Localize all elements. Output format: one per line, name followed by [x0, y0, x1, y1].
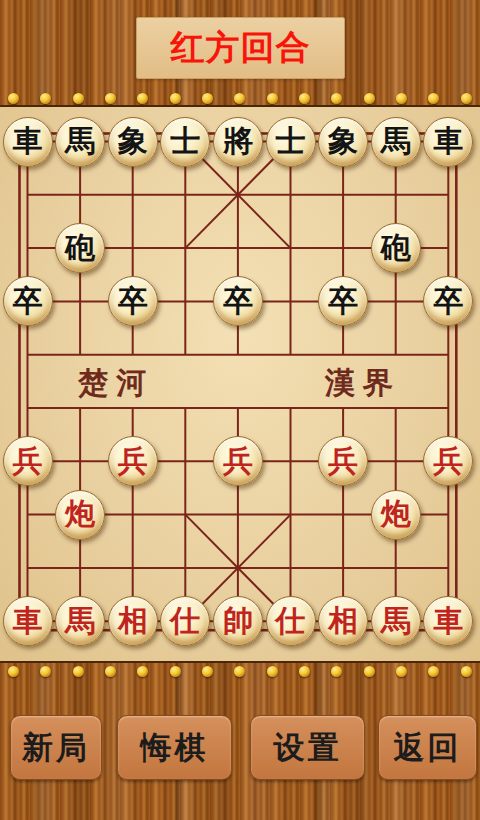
back-button[interactable]: 返回	[378, 715, 477, 780]
piece-red-車[interactable]: 車	[3, 596, 53, 646]
piece-red-帥[interactable]: 帥	[213, 596, 263, 646]
piece-black-砲[interactable]: 砲	[55, 223, 105, 273]
piece-red-兵[interactable]: 兵	[3, 436, 53, 486]
piece-red-馬[interactable]: 馬	[55, 596, 105, 646]
stud-icon	[137, 666, 148, 677]
piece-red-炮[interactable]: 炮	[55, 490, 105, 540]
stud-icon	[299, 93, 310, 104]
turn-banner: 红方回合	[136, 17, 345, 79]
board-grid-lines	[0, 107, 480, 665]
stud-icon	[331, 666, 342, 677]
stud-row-bottom	[8, 665, 472, 677]
stud-icon	[267, 93, 278, 104]
piece-black-將[interactable]: 將	[213, 117, 263, 167]
piece-black-士[interactable]: 士	[266, 117, 316, 167]
stud-icon	[234, 93, 245, 104]
stud-row-top	[8, 92, 472, 104]
stud-icon	[202, 93, 213, 104]
piece-black-砲[interactable]: 砲	[371, 223, 421, 273]
piece-red-相[interactable]: 相	[108, 596, 158, 646]
stud-icon	[137, 93, 148, 104]
stud-icon	[202, 666, 213, 677]
stud-icon	[299, 666, 310, 677]
piece-black-車[interactable]: 車	[3, 117, 53, 167]
stud-icon	[105, 666, 116, 677]
turn-banner-text: 红方回合	[171, 25, 311, 71]
piece-black-卒[interactable]: 卒	[3, 276, 53, 326]
stud-icon	[170, 666, 181, 677]
stud-icon	[40, 666, 51, 677]
xiangqi-app: 红方回合	[0, 0, 480, 820]
stud-icon	[105, 93, 116, 104]
settings-button[interactable]: 设置	[250, 715, 365, 780]
stud-icon	[461, 666, 472, 677]
piece-black-馬[interactable]: 馬	[371, 117, 421, 167]
stud-icon	[267, 666, 278, 677]
piece-red-仕[interactable]: 仕	[266, 596, 316, 646]
stud-icon	[428, 666, 439, 677]
undo-move-button[interactable]: 悔棋	[117, 715, 232, 780]
piece-black-象[interactable]: 象	[108, 117, 158, 167]
stud-icon	[8, 666, 19, 677]
stud-icon	[331, 93, 342, 104]
piece-black-士[interactable]: 士	[160, 117, 210, 167]
piece-red-炮[interactable]: 炮	[371, 490, 421, 540]
river-label-chu: 楚河	[78, 365, 154, 401]
piece-black-馬[interactable]: 馬	[55, 117, 105, 167]
piece-black-車[interactable]: 車	[423, 117, 473, 167]
stud-icon	[73, 93, 84, 104]
new-game-button[interactable]: 新局	[10, 715, 102, 780]
stud-icon	[40, 93, 51, 104]
stud-icon	[396, 93, 407, 104]
stud-icon	[8, 93, 19, 104]
piece-red-馬[interactable]: 馬	[371, 596, 421, 646]
xiangqi-board[interactable]: 楚河 漢界 車馬象士將士象馬車砲砲卒卒卒卒卒兵兵兵兵兵炮炮車馬相仕帥仕相馬車	[0, 105, 480, 663]
stud-icon	[234, 666, 245, 677]
piece-black-卒[interactable]: 卒	[213, 276, 263, 326]
stud-icon	[396, 666, 407, 677]
stud-icon	[73, 666, 84, 677]
stud-icon	[364, 666, 375, 677]
stud-icon	[170, 93, 181, 104]
piece-red-相[interactable]: 相	[318, 596, 368, 646]
piece-black-卒[interactable]: 卒	[108, 276, 158, 326]
piece-red-兵[interactable]: 兵	[108, 436, 158, 486]
stud-icon	[461, 93, 472, 104]
stud-icon	[364, 93, 375, 104]
river-label-han: 漢界	[325, 365, 401, 401]
piece-black-象[interactable]: 象	[318, 117, 368, 167]
piece-red-兵[interactable]: 兵	[213, 436, 263, 486]
stud-icon	[428, 93, 439, 104]
